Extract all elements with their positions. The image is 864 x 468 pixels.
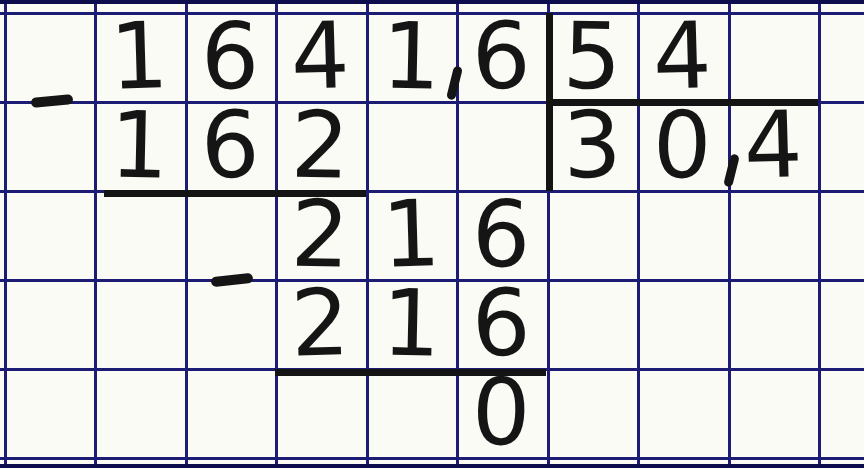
digit-r4c6: 6 — [455, 278, 548, 369]
digit-r2c2: 1 — [94, 100, 186, 191]
digit-r3c4: 2 — [274, 189, 366, 280]
page-bottom-edge-line — [0, 464, 864, 468]
digit-r5c6: 0 — [455, 367, 547, 458]
digit-r1c2: 1 — [93, 11, 186, 102]
subtraction-rule-2 — [275, 369, 546, 376]
digit-r2c8: 0 — [636, 100, 728, 191]
digit-r1c6: 6 — [455, 11, 548, 102]
digit-r1c5: 1 — [365, 11, 457, 102]
digit-r1c3: 6 — [184, 11, 276, 102]
digit-r3c5: 1 — [365, 189, 458, 280]
worksheet-grid: 16416541623042162160 — [4, 12, 861, 457]
digit-r2c9: 4 — [726, 100, 819, 191]
quotient-separator-rule — [548, 99, 818, 106]
digit-r4c5: 1 — [365, 278, 457, 369]
squared-paper: 16416541623042162160 — [0, 0, 864, 468]
digit-r1c4: 4 — [274, 11, 367, 102]
digit-r1c8: 4 — [636, 11, 729, 102]
digit-r2c7: 3 — [545, 100, 638, 191]
subtraction-rule-1 — [104, 190, 366, 197]
digit-r4c4: 2 — [274, 278, 367, 369]
digit-r1c7: 5 — [546, 11, 638, 102]
digit-r2c3: 6 — [184, 100, 277, 191]
digit-r3c6: 6 — [455, 189, 547, 280]
digit-r2c4: 2 — [274, 100, 366, 191]
